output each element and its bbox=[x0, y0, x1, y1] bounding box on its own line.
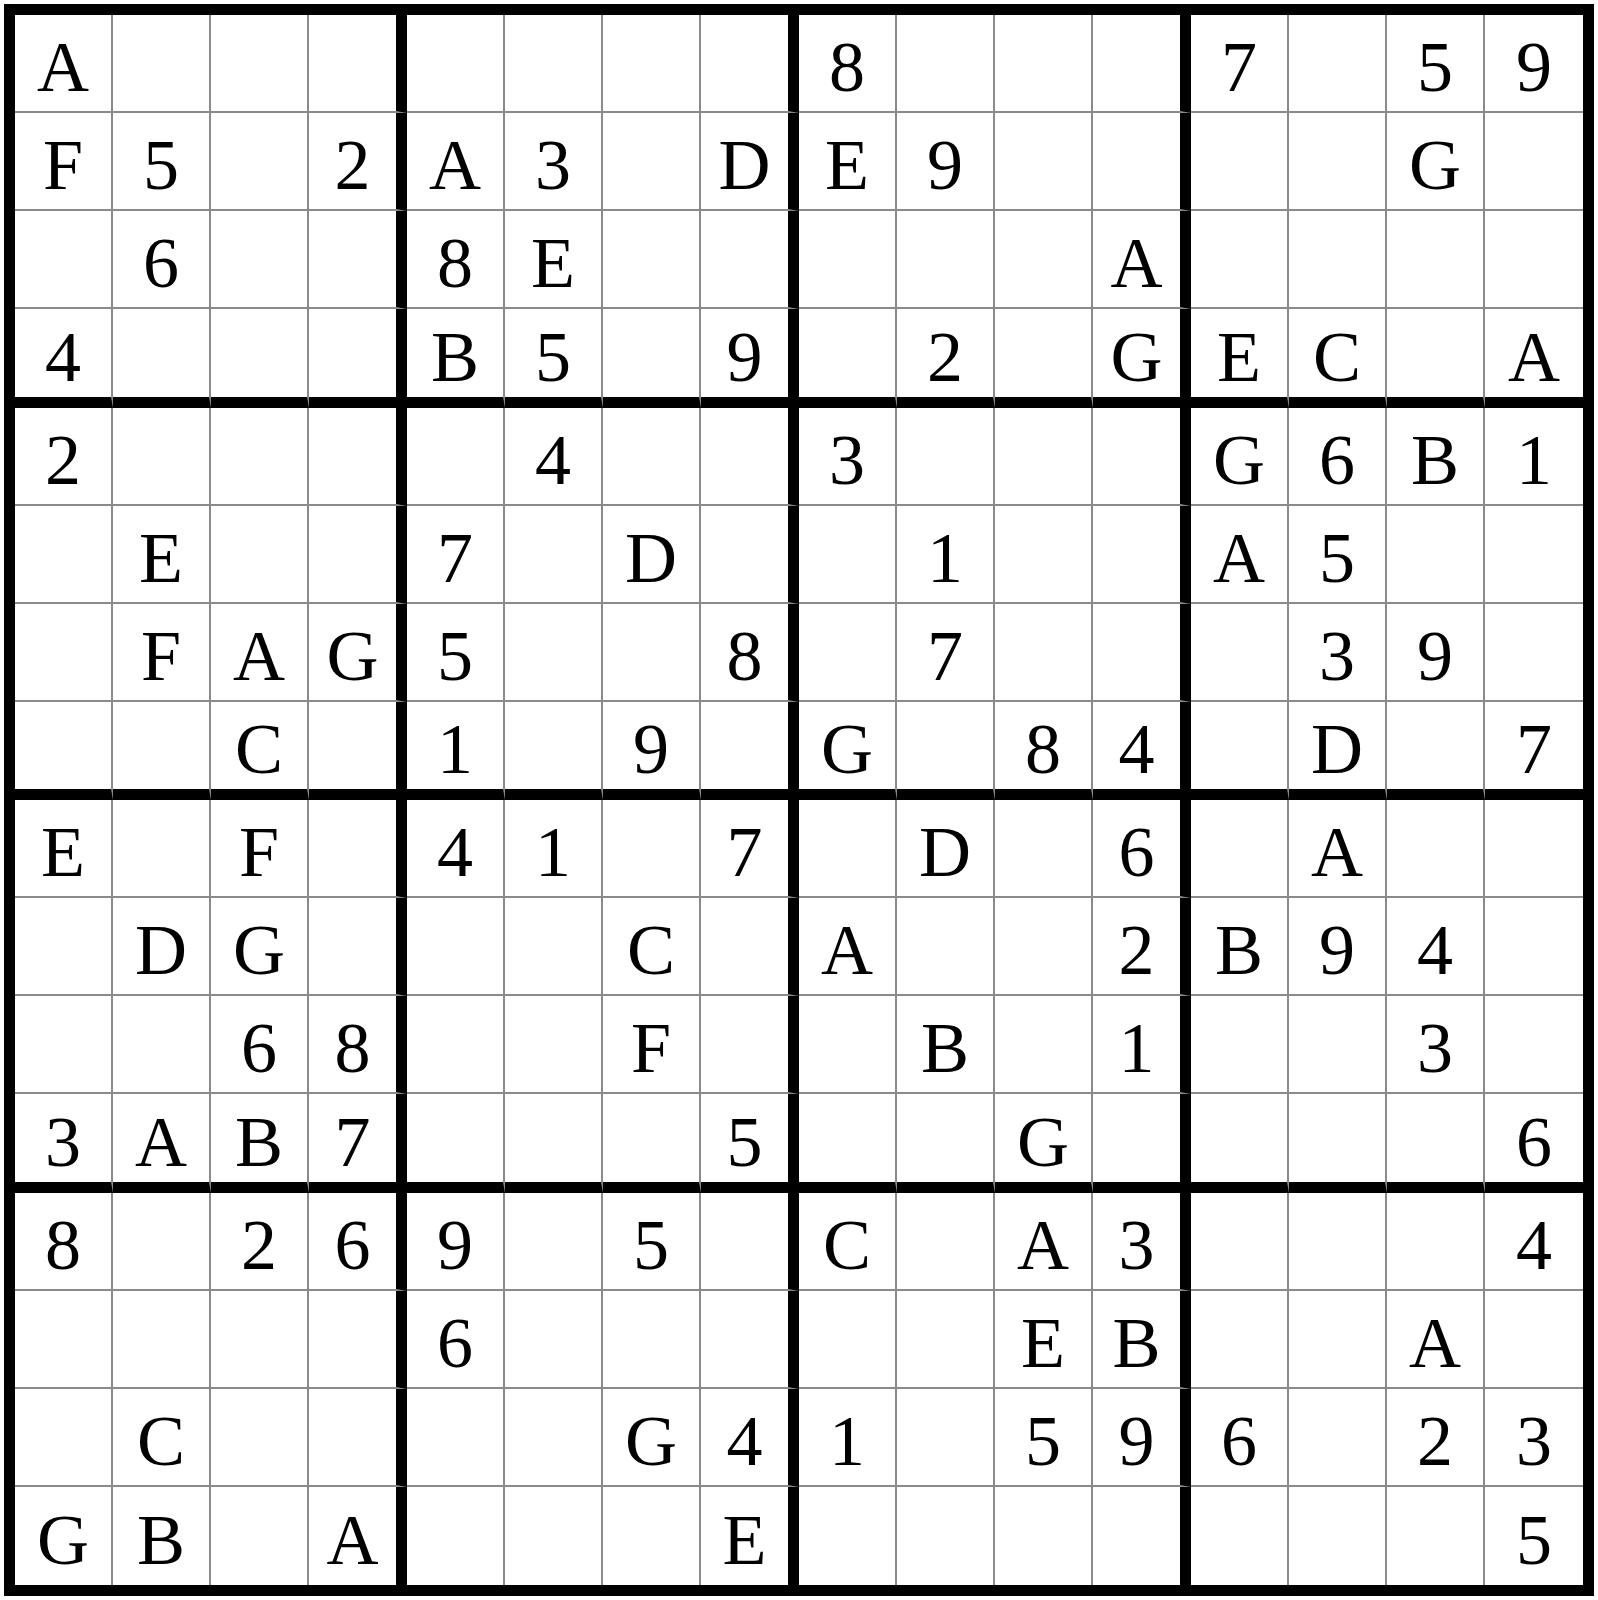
cell-r8c10-empty[interactable] bbox=[897, 702, 995, 800]
cell-r13c5-given[interactable]: 9 bbox=[407, 1193, 505, 1291]
cell-r12c10-empty[interactable] bbox=[897, 1094, 995, 1192]
cell-r8c5-given[interactable]: 1 bbox=[407, 702, 505, 800]
cell-r10c3-given[interactable]: G bbox=[211, 898, 309, 996]
cell-r13c6-empty[interactable] bbox=[505, 1193, 603, 1291]
cell-r3c14-empty[interactable] bbox=[1289, 211, 1387, 309]
cell-r16c2-given[interactable]: B bbox=[113, 1487, 211, 1585]
cell-r10c2-given[interactable]: D bbox=[113, 898, 211, 996]
cell-r12c7-empty[interactable] bbox=[603, 1094, 701, 1192]
cell-r6c15-empty[interactable] bbox=[1387, 506, 1485, 604]
cell-r3c8-empty[interactable] bbox=[701, 211, 799, 309]
cell-r12c6-empty[interactable] bbox=[505, 1094, 603, 1192]
cell-r2c13-empty[interactable] bbox=[1191, 113, 1289, 211]
cell-r8c13-empty[interactable] bbox=[1191, 702, 1289, 800]
cell-r8c2-empty[interactable] bbox=[113, 702, 211, 800]
cell-r5c9-given[interactable]: 3 bbox=[799, 408, 897, 506]
cell-r11c1-empty[interactable] bbox=[15, 996, 113, 1094]
cell-r11c12-given[interactable]: 1 bbox=[1093, 996, 1191, 1094]
cell-r6c12-empty[interactable] bbox=[1093, 506, 1191, 604]
cell-r4c6-given[interactable]: 5 bbox=[505, 309, 603, 407]
cell-r5c13-given[interactable]: G bbox=[1191, 408, 1289, 506]
cell-r2c1-given[interactable]: F bbox=[15, 113, 113, 211]
cell-r6c2-given[interactable]: E bbox=[113, 506, 211, 604]
cell-r16c6-empty[interactable] bbox=[505, 1487, 603, 1585]
cell-r8c9-given[interactable]: G bbox=[799, 702, 897, 800]
cell-r9c11-empty[interactable] bbox=[995, 800, 1093, 898]
cell-r6c4-empty[interactable] bbox=[309, 506, 407, 604]
cell-r4c3-empty[interactable] bbox=[211, 309, 309, 407]
cell-r12c15-empty[interactable] bbox=[1387, 1094, 1485, 1192]
cell-r15c14-empty[interactable] bbox=[1289, 1389, 1387, 1487]
cell-r13c4-given[interactable]: 6 bbox=[309, 1193, 407, 1291]
cell-r3c6-given[interactable]: E bbox=[505, 211, 603, 309]
cell-r7c9-empty[interactable] bbox=[799, 604, 897, 702]
cell-r9c15-empty[interactable] bbox=[1387, 800, 1485, 898]
cell-r2c6-given[interactable]: 3 bbox=[505, 113, 603, 211]
cell-r2c9-given[interactable]: E bbox=[799, 113, 897, 211]
cell-r15c13-given[interactable]: 6 bbox=[1191, 1389, 1289, 1487]
cell-r2c14-empty[interactable] bbox=[1289, 113, 1387, 211]
cell-r1c1-given[interactable]: A bbox=[15, 15, 113, 113]
cell-r1c10-empty[interactable] bbox=[897, 15, 995, 113]
cell-r1c5-empty[interactable] bbox=[407, 15, 505, 113]
page-background: A8759F52A3DE9G68EA4B592GECA243G6B1E7D1A5… bbox=[0, 0, 1598, 1600]
cell-r10c12-given[interactable]: 2 bbox=[1093, 898, 1191, 996]
cell-r8c16-given[interactable]: 7 bbox=[1485, 702, 1583, 800]
cell-r1c15-given[interactable]: 5 bbox=[1387, 15, 1485, 113]
cell-r8c3-given[interactable]: C bbox=[211, 702, 309, 800]
cell-r10c4-empty[interactable] bbox=[309, 898, 407, 996]
cell-r5c2-empty[interactable] bbox=[113, 408, 211, 506]
cell-r12c2-given[interactable]: A bbox=[113, 1094, 211, 1192]
cell-r16c3-empty[interactable] bbox=[211, 1487, 309, 1585]
cell-r2c16-empty[interactable] bbox=[1485, 113, 1583, 211]
cell-r15c15-given[interactable]: 2 bbox=[1387, 1389, 1485, 1487]
cell-r11c9-empty[interactable] bbox=[799, 996, 897, 1094]
cell-r10c6-empty[interactable] bbox=[505, 898, 603, 996]
cell-r13c7-given[interactable]: 5 bbox=[603, 1193, 701, 1291]
sudoku-board: A8759F52A3DE9G68EA4B592GECA243G6B1E7D1A5… bbox=[4, 4, 1594, 1596]
cell-r3c2-given[interactable]: 6 bbox=[113, 211, 211, 309]
cell-r7c16-empty[interactable] bbox=[1485, 604, 1583, 702]
cell-r15c11-given[interactable]: 5 bbox=[995, 1389, 1093, 1487]
cell-r11c7-given[interactable]: F bbox=[603, 996, 701, 1094]
cell-r13c11-given[interactable]: A bbox=[995, 1193, 1093, 1291]
cell-r14c2-empty[interactable] bbox=[113, 1291, 211, 1389]
cell-r11c14-empty[interactable] bbox=[1289, 996, 1387, 1094]
cell-r6c14-given[interactable]: 5 bbox=[1289, 506, 1387, 604]
cell-r7c2-given[interactable]: F bbox=[113, 604, 211, 702]
cell-r14c15-given[interactable]: A bbox=[1387, 1291, 1485, 1389]
cell-r8c4-empty[interactable] bbox=[309, 702, 407, 800]
cell-r16c14-empty[interactable] bbox=[1289, 1487, 1387, 1585]
cell-r2c3-empty[interactable] bbox=[211, 113, 309, 211]
cell-r5c7-empty[interactable] bbox=[603, 408, 701, 506]
cell-r15c12-given[interactable]: 9 bbox=[1093, 1389, 1191, 1487]
cell-r12c8-given[interactable]: 5 bbox=[701, 1094, 799, 1192]
cell-r14c4-empty[interactable] bbox=[309, 1291, 407, 1389]
cell-r4c7-empty[interactable] bbox=[603, 309, 701, 407]
cell-r4c15-empty[interactable] bbox=[1387, 309, 1485, 407]
cell-r15c9-given[interactable]: 1 bbox=[799, 1389, 897, 1487]
cell-r5c4-empty[interactable] bbox=[309, 408, 407, 506]
cell-r16c12-empty[interactable] bbox=[1093, 1487, 1191, 1585]
cell-r3c13-empty[interactable] bbox=[1191, 211, 1289, 309]
cell-r10c9-given[interactable]: A bbox=[799, 898, 897, 996]
cell-r14c16-empty[interactable] bbox=[1485, 1291, 1583, 1389]
cell-r12c16-given[interactable]: 6 bbox=[1485, 1094, 1583, 1192]
cell-r13c15-empty[interactable] bbox=[1387, 1193, 1485, 1291]
cell-r2c2-given[interactable]: 5 bbox=[113, 113, 211, 211]
cell-r13c10-empty[interactable] bbox=[897, 1193, 995, 1291]
cell-r9c7-empty[interactable] bbox=[603, 800, 701, 898]
cell-r12c5-empty[interactable] bbox=[407, 1094, 505, 1192]
cell-r5c8-empty[interactable] bbox=[701, 408, 799, 506]
cell-r8c6-empty[interactable] bbox=[505, 702, 603, 800]
cell-r1c7-empty[interactable] bbox=[603, 15, 701, 113]
cell-r14c9-empty[interactable] bbox=[799, 1291, 897, 1389]
cell-r5c3-empty[interactable] bbox=[211, 408, 309, 506]
cell-r10c7-given[interactable]: C bbox=[603, 898, 701, 996]
cell-r8c14-given[interactable]: D bbox=[1289, 702, 1387, 800]
cell-r7c7-empty[interactable] bbox=[603, 604, 701, 702]
cell-r7c15-given[interactable]: 9 bbox=[1387, 604, 1485, 702]
cell-r12c9-empty[interactable] bbox=[799, 1094, 897, 1192]
cell-r8c15-empty[interactable] bbox=[1387, 702, 1485, 800]
cell-r4c4-empty[interactable] bbox=[309, 309, 407, 407]
cell-r10c11-empty[interactable] bbox=[995, 898, 1093, 996]
cell-r3c1-empty[interactable] bbox=[15, 211, 113, 309]
cell-r1c4-empty[interactable] bbox=[309, 15, 407, 113]
cell-r10c10-empty[interactable] bbox=[897, 898, 995, 996]
cell-r16c15-empty[interactable] bbox=[1387, 1487, 1485, 1585]
cell-r7c3-given[interactable]: A bbox=[211, 604, 309, 702]
cell-r16c9-empty[interactable] bbox=[799, 1487, 897, 1585]
cell-r7c13-empty[interactable] bbox=[1191, 604, 1289, 702]
cell-r15c6-empty[interactable] bbox=[505, 1389, 603, 1487]
cell-r10c13-given[interactable]: B bbox=[1191, 898, 1289, 996]
cell-r16c8-given[interactable]: E bbox=[701, 1487, 799, 1585]
cell-r14c1-empty[interactable] bbox=[15, 1291, 113, 1389]
cell-r5c14-given[interactable]: 6 bbox=[1289, 408, 1387, 506]
cell-r9c14-given[interactable]: A bbox=[1289, 800, 1387, 898]
cell-r10c8-empty[interactable] bbox=[701, 898, 799, 996]
cell-r15c3-empty[interactable] bbox=[211, 1389, 309, 1487]
cell-r16c4-given[interactable]: A bbox=[309, 1487, 407, 1585]
cell-r7c8-given[interactable]: 8 bbox=[701, 604, 799, 702]
cell-r15c10-empty[interactable] bbox=[897, 1389, 995, 1487]
cell-r7c6-empty[interactable] bbox=[505, 604, 603, 702]
cell-r16c16-given[interactable]: 5 bbox=[1485, 1487, 1583, 1585]
cell-r9c6-given[interactable]: 1 bbox=[505, 800, 603, 898]
cell-r13c12-given[interactable]: 3 bbox=[1093, 1193, 1191, 1291]
cell-r6c6-empty[interactable] bbox=[505, 506, 603, 604]
cell-r16c11-empty[interactable] bbox=[995, 1487, 1093, 1585]
cell-r2c5-given[interactable]: A bbox=[407, 113, 505, 211]
cell-r6c13-given[interactable]: A bbox=[1191, 506, 1289, 604]
cell-r3c5-given[interactable]: 8 bbox=[407, 211, 505, 309]
cell-r11c16-empty[interactable] bbox=[1485, 996, 1583, 1094]
cell-r4c11-empty[interactable] bbox=[995, 309, 1093, 407]
cell-r12c14-empty[interactable] bbox=[1289, 1094, 1387, 1192]
cell-r6c10-given[interactable]: 1 bbox=[897, 506, 995, 604]
cell-r12c11-given[interactable]: G bbox=[995, 1094, 1093, 1192]
cell-r13c9-given[interactable]: C bbox=[799, 1193, 897, 1291]
cell-r13c13-empty[interactable] bbox=[1191, 1193, 1289, 1291]
cell-r1c8-empty[interactable] bbox=[701, 15, 799, 113]
cell-r5c11-empty[interactable] bbox=[995, 408, 1093, 506]
cell-r6c8-empty[interactable] bbox=[701, 506, 799, 604]
cell-r12c1-given[interactable]: 3 bbox=[15, 1094, 113, 1192]
cell-r9c2-empty[interactable] bbox=[113, 800, 211, 898]
cell-r6c1-empty[interactable] bbox=[15, 506, 113, 604]
cell-r15c7-given[interactable]: G bbox=[603, 1389, 701, 1487]
cell-r1c6-empty[interactable] bbox=[505, 15, 603, 113]
cell-r16c7-empty[interactable] bbox=[603, 1487, 701, 1585]
cell-r9c4-empty[interactable] bbox=[309, 800, 407, 898]
cell-r11c8-empty[interactable] bbox=[701, 996, 799, 1094]
cell-r15c8-given[interactable]: 4 bbox=[701, 1389, 799, 1487]
cell-r9c9-empty[interactable] bbox=[799, 800, 897, 898]
cell-r13c2-empty[interactable] bbox=[113, 1193, 211, 1291]
cell-r10c5-empty[interactable] bbox=[407, 898, 505, 996]
cell-r5c16-given[interactable]: 1 bbox=[1485, 408, 1583, 506]
cell-r14c5-given[interactable]: 6 bbox=[407, 1291, 505, 1389]
cell-r15c4-empty[interactable] bbox=[309, 1389, 407, 1487]
cell-r11c11-empty[interactable] bbox=[995, 996, 1093, 1094]
cell-r4c5-given[interactable]: B bbox=[407, 309, 505, 407]
cell-r12c4-given[interactable]: 7 bbox=[309, 1094, 407, 1192]
cell-r6c11-empty[interactable] bbox=[995, 506, 1093, 604]
cell-r6c7-given[interactable]: D bbox=[603, 506, 701, 604]
cell-r14c6-empty[interactable] bbox=[505, 1291, 603, 1389]
cell-r9c16-empty[interactable] bbox=[1485, 800, 1583, 898]
cell-r8c8-empty[interactable] bbox=[701, 702, 799, 800]
cell-r3c10-empty[interactable] bbox=[897, 211, 995, 309]
cell-r7c12-empty[interactable] bbox=[1093, 604, 1191, 702]
cell-r11c6-empty[interactable] bbox=[505, 996, 603, 1094]
cell-r4c14-given[interactable]: C bbox=[1289, 309, 1387, 407]
cell-r5c1-given[interactable]: 2 bbox=[15, 408, 113, 506]
cell-r13c3-given[interactable]: 2 bbox=[211, 1193, 309, 1291]
cell-r14c8-empty[interactable] bbox=[701, 1291, 799, 1389]
cell-r3c9-empty[interactable] bbox=[799, 211, 897, 309]
cell-r3c3-empty[interactable] bbox=[211, 211, 309, 309]
cell-r13c14-empty[interactable] bbox=[1289, 1193, 1387, 1291]
cell-r1c14-empty[interactable] bbox=[1289, 15, 1387, 113]
cell-r1c3-empty[interactable] bbox=[211, 15, 309, 113]
cell-r11c5-empty[interactable] bbox=[407, 996, 505, 1094]
cell-r9c13-empty[interactable] bbox=[1191, 800, 1289, 898]
cell-r4c2-empty[interactable] bbox=[113, 309, 211, 407]
cell-r15c5-empty[interactable] bbox=[407, 1389, 505, 1487]
cell-r10c16-empty[interactable] bbox=[1485, 898, 1583, 996]
cell-r9c10-given[interactable]: D bbox=[897, 800, 995, 898]
cell-r10c15-given[interactable]: 4 bbox=[1387, 898, 1485, 996]
cell-r11c2-empty[interactable] bbox=[113, 996, 211, 1094]
cell-r12c3-given[interactable]: B bbox=[211, 1094, 309, 1192]
cell-r7c4-given[interactable]: G bbox=[309, 604, 407, 702]
cell-r4c13-given[interactable]: E bbox=[1191, 309, 1289, 407]
cell-r15c1-empty[interactable] bbox=[15, 1389, 113, 1487]
cell-r9c3-given[interactable]: F bbox=[211, 800, 309, 898]
cell-r4c1-given[interactable]: 4 bbox=[15, 309, 113, 407]
cell-r1c16-given[interactable]: 9 bbox=[1485, 15, 1583, 113]
cell-r6c16-empty[interactable] bbox=[1485, 506, 1583, 604]
cell-r2c11-empty[interactable] bbox=[995, 113, 1093, 211]
cell-r13c8-empty[interactable] bbox=[701, 1193, 799, 1291]
cell-r11c3-given[interactable]: 6 bbox=[211, 996, 309, 1094]
cell-r4c10-given[interactable]: 2 bbox=[897, 309, 995, 407]
cell-r16c1-given[interactable]: G bbox=[15, 1487, 113, 1585]
cell-r6c5-given[interactable]: 7 bbox=[407, 506, 505, 604]
cell-r7c11-empty[interactable] bbox=[995, 604, 1093, 702]
cell-r3c11-empty[interactable] bbox=[995, 211, 1093, 309]
cell-r2c15-given[interactable]: G bbox=[1387, 113, 1485, 211]
cell-r15c16-given[interactable]: 3 bbox=[1485, 1389, 1583, 1487]
cell-r1c12-empty[interactable] bbox=[1093, 15, 1191, 113]
cell-r9c12-given[interactable]: 6 bbox=[1093, 800, 1191, 898]
cell-r2c10-given[interactable]: 9 bbox=[897, 113, 995, 211]
cell-r14c12-given[interactable]: B bbox=[1093, 1291, 1191, 1389]
cell-r9c1-given[interactable]: E bbox=[15, 800, 113, 898]
cell-r8c7-given[interactable]: 9 bbox=[603, 702, 701, 800]
cell-r8c11-given[interactable]: 8 bbox=[995, 702, 1093, 800]
cell-r11c10-given[interactable]: B bbox=[897, 996, 995, 1094]
cell-r2c7-empty[interactable] bbox=[603, 113, 701, 211]
cell-r4c16-given[interactable]: A bbox=[1485, 309, 1583, 407]
cell-r11c15-given[interactable]: 3 bbox=[1387, 996, 1485, 1094]
cell-r3c12-given[interactable]: A bbox=[1093, 211, 1191, 309]
cell-r7c5-given[interactable]: 5 bbox=[407, 604, 505, 702]
cell-r7c10-given[interactable]: 7 bbox=[897, 604, 995, 702]
cell-r14c11-given[interactable]: E bbox=[995, 1291, 1093, 1389]
cell-r3c16-empty[interactable] bbox=[1485, 211, 1583, 309]
cell-r13c16-given[interactable]: 4 bbox=[1485, 1193, 1583, 1291]
cell-r11c4-given[interactable]: 8 bbox=[309, 996, 407, 1094]
cell-r10c1-empty[interactable] bbox=[15, 898, 113, 996]
cell-r1c11-empty[interactable] bbox=[995, 15, 1093, 113]
cell-r2c12-empty[interactable] bbox=[1093, 113, 1191, 211]
cell-r11c13-empty[interactable] bbox=[1191, 996, 1289, 1094]
cell-r6c9-empty[interactable] bbox=[799, 506, 897, 604]
cell-r16c13-empty[interactable] bbox=[1191, 1487, 1289, 1585]
cell-r2c4-given[interactable]: 2 bbox=[309, 113, 407, 211]
cell-r14c10-empty[interactable] bbox=[897, 1291, 995, 1389]
cell-r12c13-empty[interactable] bbox=[1191, 1094, 1289, 1192]
cell-r5c6-given[interactable]: 4 bbox=[505, 408, 603, 506]
cell-r16c10-empty[interactable] bbox=[897, 1487, 995, 1585]
cell-r13c1-given[interactable]: 8 bbox=[15, 1193, 113, 1291]
cell-r15c2-given[interactable]: C bbox=[113, 1389, 211, 1487]
cell-r6c3-empty[interactable] bbox=[211, 506, 309, 604]
cell-r3c7-empty[interactable] bbox=[603, 211, 701, 309]
cell-r7c14-given[interactable]: 3 bbox=[1289, 604, 1387, 702]
cell-r10c14-given[interactable]: 9 bbox=[1289, 898, 1387, 996]
cell-r14c14-empty[interactable] bbox=[1289, 1291, 1387, 1389]
cell-r14c13-empty[interactable] bbox=[1191, 1291, 1289, 1389]
cell-r5c12-empty[interactable] bbox=[1093, 408, 1191, 506]
cell-r8c12-given[interactable]: 4 bbox=[1093, 702, 1191, 800]
cell-r2c8-given[interactable]: D bbox=[701, 113, 799, 211]
cell-r5c10-empty[interactable] bbox=[897, 408, 995, 506]
cell-r8c1-empty[interactable] bbox=[15, 702, 113, 800]
cell-r4c12-given[interactable]: G bbox=[1093, 309, 1191, 407]
cell-r5c15-given[interactable]: B bbox=[1387, 408, 1485, 506]
cell-r1c13-given[interactable]: 7 bbox=[1191, 15, 1289, 113]
cell-r1c9-given[interactable]: 8 bbox=[799, 15, 897, 113]
cell-r9c5-given[interactable]: 4 bbox=[407, 800, 505, 898]
cell-r7c1-empty[interactable] bbox=[15, 604, 113, 702]
cell-r14c3-empty[interactable] bbox=[211, 1291, 309, 1389]
cell-r5c5-empty[interactable] bbox=[407, 408, 505, 506]
cell-r1c2-empty[interactable] bbox=[113, 15, 211, 113]
cell-r12c12-empty[interactable] bbox=[1093, 1094, 1191, 1192]
cell-r16c5-empty[interactable] bbox=[407, 1487, 505, 1585]
cell-r3c15-empty[interactable] bbox=[1387, 211, 1485, 309]
cell-r9c8-given[interactable]: 7 bbox=[701, 800, 799, 898]
cell-r14c7-empty[interactable] bbox=[603, 1291, 701, 1389]
cell-r3c4-empty[interactable] bbox=[309, 211, 407, 309]
cell-r4c8-given[interactable]: 9 bbox=[701, 309, 799, 407]
cell-r4c9-empty[interactable] bbox=[799, 309, 897, 407]
